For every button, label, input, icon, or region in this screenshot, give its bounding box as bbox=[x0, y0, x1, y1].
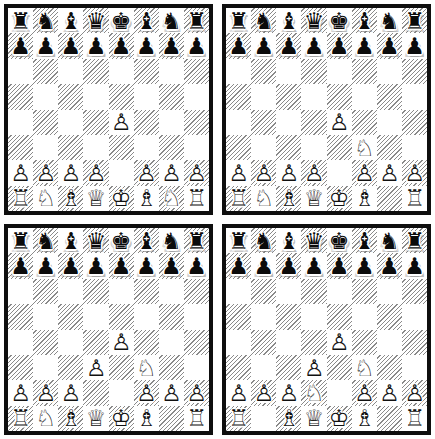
square-f1: ♝♗ bbox=[134, 406, 159, 431]
square-e8: ♚ bbox=[109, 228, 134, 253]
square-a1: ♜♖ bbox=[8, 406, 33, 431]
square-e8: ♚ bbox=[109, 8, 134, 33]
black-king-icon: ♚ bbox=[109, 8, 134, 33]
black-pawn: ♟ bbox=[301, 33, 326, 58]
square-e1: ♚♔ bbox=[327, 186, 352, 211]
black-bishop-icon: ♝ bbox=[134, 8, 159, 33]
black-pawn-icon: ♟ bbox=[226, 33, 251, 58]
white-rook: ♜♖ bbox=[226, 186, 251, 211]
square-d4 bbox=[301, 110, 326, 135]
black-pawn-icon: ♟ bbox=[184, 253, 209, 278]
square-a1: ♜♖ bbox=[226, 186, 251, 211]
black-pawn: ♟ bbox=[276, 253, 301, 278]
black-pawn-icon: ♟ bbox=[184, 33, 209, 58]
white-bishop-icon: ♗ bbox=[58, 186, 83, 211]
white-king-icon: ♔ bbox=[109, 186, 134, 211]
black-queen: ♛ bbox=[83, 8, 108, 33]
black-knight: ♞ bbox=[159, 8, 184, 33]
black-rook: ♜ bbox=[402, 8, 427, 33]
black-pawn: ♟ bbox=[402, 253, 427, 278]
white-pawn-icon: ♙ bbox=[327, 110, 352, 135]
square-c5 bbox=[58, 304, 83, 329]
square-e3 bbox=[327, 135, 352, 160]
black-pawn-icon: ♟ bbox=[83, 253, 108, 278]
square-f8: ♝ bbox=[134, 228, 159, 253]
black-bishop: ♝ bbox=[58, 228, 83, 253]
square-b8: ♞ bbox=[251, 228, 276, 253]
black-rook-icon: ♜ bbox=[184, 8, 209, 33]
white-pawn-icon: ♙ bbox=[109, 330, 134, 355]
white-king-icon: ♔ bbox=[327, 186, 352, 211]
white-pawn-icon: ♙ bbox=[33, 380, 58, 405]
white-bishop-icon: ♗ bbox=[276, 406, 301, 431]
black-pawn-icon: ♟ bbox=[251, 253, 276, 278]
white-pawn-icon: ♙ bbox=[58, 380, 83, 405]
black-knight-icon: ♞ bbox=[377, 8, 402, 33]
square-h5 bbox=[184, 304, 209, 329]
square-d7: ♟ bbox=[83, 33, 108, 58]
square-g6 bbox=[159, 279, 184, 304]
square-b4 bbox=[33, 110, 58, 135]
white-queen-icon: ♕ bbox=[301, 186, 326, 211]
square-h8: ♜ bbox=[402, 8, 427, 33]
square-g7: ♟ bbox=[377, 33, 402, 58]
white-king-icon: ♔ bbox=[109, 406, 134, 431]
square-a2: ♟♙ bbox=[8, 160, 33, 185]
square-f7: ♟ bbox=[352, 33, 377, 58]
square-c6 bbox=[58, 59, 83, 84]
white-pawn: ♟♙ bbox=[134, 160, 159, 185]
square-g3 bbox=[377, 135, 402, 160]
black-pawn-icon: ♟ bbox=[402, 253, 427, 278]
black-bishop-icon: ♝ bbox=[276, 228, 301, 253]
square-f7: ♟ bbox=[134, 33, 159, 58]
black-pawn: ♟ bbox=[58, 33, 83, 58]
black-pawn: ♟ bbox=[276, 33, 301, 58]
white-knight: ♞♘ bbox=[251, 186, 276, 211]
square-h6 bbox=[184, 59, 209, 84]
black-pawn-icon: ♟ bbox=[159, 253, 184, 278]
black-queen: ♛ bbox=[301, 8, 326, 33]
square-d4 bbox=[83, 110, 108, 135]
square-b3 bbox=[33, 355, 58, 380]
square-a5 bbox=[226, 304, 251, 329]
square-b2: ♟♙ bbox=[33, 380, 58, 405]
white-rook-icon: ♖ bbox=[226, 186, 251, 211]
square-f5 bbox=[134, 84, 159, 109]
white-pawn-icon: ♙ bbox=[352, 160, 377, 185]
square-a8: ♜ bbox=[226, 228, 251, 253]
white-pawn: ♟♙ bbox=[327, 110, 352, 135]
square-a7: ♟ bbox=[8, 253, 33, 278]
square-h1: ♜♖ bbox=[184, 186, 209, 211]
black-pawn: ♟ bbox=[33, 253, 58, 278]
square-b6 bbox=[251, 279, 276, 304]
white-pawn: ♟♙ bbox=[8, 380, 33, 405]
square-c3 bbox=[276, 135, 301, 160]
black-pawn: ♟ bbox=[184, 33, 209, 58]
square-c2: ♟♙ bbox=[58, 160, 83, 185]
square-d6 bbox=[301, 279, 326, 304]
square-g4 bbox=[377, 330, 402, 355]
square-g2: ♟♙ bbox=[377, 160, 402, 185]
white-rook-icon: ♖ bbox=[226, 406, 251, 431]
white-pawn: ♟♙ bbox=[184, 160, 209, 185]
black-pawn-icon: ♟ bbox=[402, 33, 427, 58]
white-pawn-icon: ♙ bbox=[8, 380, 33, 405]
square-d3: ♟♙ bbox=[301, 355, 326, 380]
square-d1: ♛♕ bbox=[83, 186, 108, 211]
black-pawn: ♟ bbox=[159, 253, 184, 278]
black-queen: ♛ bbox=[83, 228, 108, 253]
square-c2: ♟♙ bbox=[276, 380, 301, 405]
square-e8: ♚ bbox=[327, 8, 352, 33]
square-d3: ♟♙ bbox=[83, 355, 108, 380]
white-knight: ♞♘ bbox=[33, 186, 58, 211]
square-f1: ♝♗ bbox=[352, 186, 377, 211]
square-b2: ♟♙ bbox=[251, 160, 276, 185]
white-pawn: ♟♙ bbox=[83, 355, 108, 380]
black-king: ♚ bbox=[327, 228, 352, 253]
black-rook-icon: ♜ bbox=[226, 228, 251, 253]
square-e2 bbox=[327, 380, 352, 405]
black-pawn: ♟ bbox=[159, 33, 184, 58]
white-rook: ♜♖ bbox=[226, 406, 251, 431]
white-king-icon: ♔ bbox=[327, 406, 352, 431]
square-f8: ♝ bbox=[352, 228, 377, 253]
black-knight: ♞ bbox=[377, 8, 402, 33]
square-e8: ♚ bbox=[327, 228, 352, 253]
white-knight-icon: ♘ bbox=[33, 406, 58, 431]
black-king: ♚ bbox=[109, 8, 134, 33]
white-knight: ♞♘ bbox=[301, 380, 326, 405]
square-a4 bbox=[226, 110, 251, 135]
white-knight: ♞♘ bbox=[134, 355, 159, 380]
square-a5 bbox=[226, 84, 251, 109]
black-knight-icon: ♞ bbox=[159, 8, 184, 33]
white-pawn: ♟♙ bbox=[33, 160, 58, 185]
square-f6 bbox=[134, 279, 159, 304]
white-bishop: ♝♗ bbox=[352, 186, 377, 211]
square-d8: ♛ bbox=[301, 228, 326, 253]
square-e6 bbox=[327, 59, 352, 84]
square-b4 bbox=[33, 330, 58, 355]
square-e2 bbox=[327, 160, 352, 185]
black-pawn: ♟ bbox=[377, 253, 402, 278]
black-pawn-icon: ♟ bbox=[159, 33, 184, 58]
square-g5 bbox=[159, 84, 184, 109]
square-d3 bbox=[301, 135, 326, 160]
black-rook-icon: ♜ bbox=[8, 228, 33, 253]
square-b4 bbox=[251, 330, 276, 355]
square-h8: ♜ bbox=[184, 8, 209, 33]
black-pawn-icon: ♟ bbox=[276, 253, 301, 278]
square-h8: ♜ bbox=[184, 228, 209, 253]
black-bishop: ♝ bbox=[352, 228, 377, 253]
square-c8: ♝ bbox=[58, 228, 83, 253]
white-bishop: ♝♗ bbox=[134, 186, 159, 211]
white-bishop-icon: ♗ bbox=[276, 186, 301, 211]
black-pawn-icon: ♟ bbox=[109, 253, 134, 278]
square-e1: ♚♔ bbox=[109, 406, 134, 431]
square-d5 bbox=[301, 84, 326, 109]
white-pawn: ♟♙ bbox=[251, 160, 276, 185]
black-pawn-icon: ♟ bbox=[58, 253, 83, 278]
square-b3 bbox=[33, 135, 58, 160]
square-f1: ♝♗ bbox=[134, 186, 159, 211]
white-pawn-icon: ♙ bbox=[184, 160, 209, 185]
black-pawn-icon: ♟ bbox=[33, 253, 58, 278]
diagram-grid: ♜♞♝♛♚♝♞♜♟♟♟♟♟♟♟♟♟♙♟♙♟♙♟♙♟♙♟♙♟♙♟♙♜♖♞♘♝♗♛♕… bbox=[0, 0, 435, 439]
square-e7: ♟ bbox=[109, 33, 134, 58]
square-f6 bbox=[352, 59, 377, 84]
square-a6 bbox=[226, 59, 251, 84]
square-b7: ♟ bbox=[251, 33, 276, 58]
black-queen: ♛ bbox=[301, 228, 326, 253]
black-pawn-icon: ♟ bbox=[58, 33, 83, 58]
square-f5 bbox=[134, 304, 159, 329]
square-h1: ♜♖ bbox=[402, 406, 427, 431]
white-pawn: ♟♙ bbox=[327, 330, 352, 355]
white-pawn-icon: ♙ bbox=[159, 160, 184, 185]
white-pawn: ♟♙ bbox=[226, 160, 251, 185]
square-h4 bbox=[402, 110, 427, 135]
square-h4 bbox=[184, 110, 209, 135]
black-pawn-icon: ♟ bbox=[33, 33, 58, 58]
white-pawn-icon: ♙ bbox=[402, 160, 427, 185]
white-pawn: ♟♙ bbox=[109, 110, 134, 135]
square-f2: ♟♙ bbox=[352, 160, 377, 185]
square-e2 bbox=[109, 380, 134, 405]
black-bishop-icon: ♝ bbox=[352, 228, 377, 253]
black-knight: ♞ bbox=[377, 228, 402, 253]
white-rook: ♜♖ bbox=[184, 186, 209, 211]
black-pawn: ♟ bbox=[402, 33, 427, 58]
white-knight: ♞♘ bbox=[33, 406, 58, 431]
square-h8: ♜ bbox=[402, 228, 427, 253]
square-e3 bbox=[109, 135, 134, 160]
black-pawn: ♟ bbox=[134, 33, 159, 58]
square-a1: ♜♖ bbox=[8, 186, 33, 211]
square-g2: ♟♙ bbox=[377, 380, 402, 405]
square-d8: ♛ bbox=[301, 8, 326, 33]
white-knight-icon: ♘ bbox=[352, 355, 377, 380]
white-pawn-icon: ♙ bbox=[251, 380, 276, 405]
white-rook: ♜♖ bbox=[8, 186, 33, 211]
black-bishop: ♝ bbox=[134, 228, 159, 253]
square-e6 bbox=[327, 279, 352, 304]
black-pawn: ♟ bbox=[352, 33, 377, 58]
square-g2: ♟♙ bbox=[159, 160, 184, 185]
white-bishop-icon: ♗ bbox=[352, 186, 377, 211]
white-rook: ♜♖ bbox=[402, 406, 427, 431]
white-pawn: ♟♙ bbox=[134, 380, 159, 405]
chess-board-top-right: ♜♞♝♛♚♝♞♜♟♟♟♟♟♟♟♟♟♙♞♘♟♙♟♙♟♙♟♙♟♙♟♙♟♙♜♖♞♘♝♗… bbox=[222, 4, 431, 215]
square-g8: ♞ bbox=[377, 8, 402, 33]
square-h3 bbox=[184, 355, 209, 380]
square-g4 bbox=[377, 110, 402, 135]
white-queen-icon: ♕ bbox=[83, 406, 108, 431]
square-c7: ♟ bbox=[276, 33, 301, 58]
square-h2: ♟♙ bbox=[184, 380, 209, 405]
square-e6 bbox=[109, 279, 134, 304]
black-bishop-icon: ♝ bbox=[58, 8, 83, 33]
white-knight: ♞♘ bbox=[352, 135, 377, 160]
square-h6 bbox=[402, 279, 427, 304]
square-e1: ♚♔ bbox=[327, 406, 352, 431]
square-a5 bbox=[8, 304, 33, 329]
square-d2 bbox=[83, 380, 108, 405]
black-pawn: ♟ bbox=[83, 33, 108, 58]
square-h7: ♟ bbox=[402, 253, 427, 278]
black-bishop: ♝ bbox=[134, 8, 159, 33]
black-rook-icon: ♜ bbox=[402, 228, 427, 253]
black-pawn: ♟ bbox=[109, 33, 134, 58]
black-rook: ♜ bbox=[8, 228, 33, 253]
black-rook: ♜ bbox=[184, 8, 209, 33]
square-a8: ♜ bbox=[226, 8, 251, 33]
square-d4 bbox=[83, 330, 108, 355]
black-pawn: ♟ bbox=[58, 253, 83, 278]
white-rook: ♜♖ bbox=[402, 186, 427, 211]
square-a1: ♜♖ bbox=[226, 406, 251, 431]
white-pawn: ♟♙ bbox=[402, 380, 427, 405]
square-c8: ♝ bbox=[276, 8, 301, 33]
black-knight: ♞ bbox=[159, 228, 184, 253]
square-c5 bbox=[276, 304, 301, 329]
square-d7: ♟ bbox=[83, 253, 108, 278]
white-pawn-icon: ♙ bbox=[377, 380, 402, 405]
square-g2: ♟♙ bbox=[159, 380, 184, 405]
white-pawn: ♟♙ bbox=[352, 160, 377, 185]
square-d7: ♟ bbox=[301, 253, 326, 278]
square-b6 bbox=[251, 59, 276, 84]
square-f8: ♝ bbox=[352, 8, 377, 33]
black-bishop-icon: ♝ bbox=[276, 8, 301, 33]
white-bishop: ♝♗ bbox=[58, 186, 83, 211]
square-h2: ♟♙ bbox=[184, 160, 209, 185]
black-pawn: ♟ bbox=[251, 253, 276, 278]
square-d6 bbox=[83, 279, 108, 304]
square-g1 bbox=[377, 406, 402, 431]
black-pawn: ♟ bbox=[33, 33, 58, 58]
square-b5 bbox=[251, 84, 276, 109]
square-h6 bbox=[184, 279, 209, 304]
square-e4: ♟♙ bbox=[109, 110, 134, 135]
square-b8: ♞ bbox=[33, 228, 58, 253]
square-c4 bbox=[58, 330, 83, 355]
black-pawn-icon: ♟ bbox=[134, 253, 159, 278]
square-g8: ♞ bbox=[159, 8, 184, 33]
white-pawn: ♟♙ bbox=[276, 160, 301, 185]
square-d1: ♛♕ bbox=[301, 406, 326, 431]
square-a3 bbox=[226, 355, 251, 380]
white-pawn: ♟♙ bbox=[58, 160, 83, 185]
square-c8: ♝ bbox=[276, 228, 301, 253]
white-pawn: ♟♙ bbox=[58, 380, 83, 405]
square-d2: ♞♘ bbox=[301, 380, 326, 405]
black-pawn: ♟ bbox=[226, 33, 251, 58]
square-a3 bbox=[8, 355, 33, 380]
black-king-icon: ♚ bbox=[327, 228, 352, 253]
black-pawn-icon: ♟ bbox=[301, 253, 326, 278]
square-c4 bbox=[58, 110, 83, 135]
black-knight: ♞ bbox=[33, 228, 58, 253]
black-pawn: ♟ bbox=[352, 253, 377, 278]
white-pawn: ♟♙ bbox=[159, 160, 184, 185]
square-f6 bbox=[134, 59, 159, 84]
white-king: ♚♔ bbox=[109, 186, 134, 211]
square-h3 bbox=[402, 135, 427, 160]
white-pawn-icon: ♙ bbox=[8, 160, 33, 185]
square-h3 bbox=[402, 355, 427, 380]
square-e4: ♟♙ bbox=[109, 330, 134, 355]
white-pawn: ♟♙ bbox=[159, 380, 184, 405]
white-pawn-icon: ♙ bbox=[377, 160, 402, 185]
white-pawn: ♟♙ bbox=[33, 380, 58, 405]
square-b5 bbox=[33, 84, 58, 109]
square-g1 bbox=[377, 186, 402, 211]
square-f5 bbox=[352, 304, 377, 329]
black-pawn-icon: ♟ bbox=[352, 33, 377, 58]
square-e7: ♟ bbox=[327, 33, 352, 58]
black-pawn-icon: ♟ bbox=[226, 253, 251, 278]
square-d2: ♟♙ bbox=[301, 160, 326, 185]
black-rook: ♜ bbox=[402, 228, 427, 253]
square-e7: ♟ bbox=[327, 253, 352, 278]
white-king: ♚♔ bbox=[109, 406, 134, 431]
square-f7: ♟ bbox=[352, 253, 377, 278]
square-c7: ♟ bbox=[276, 253, 301, 278]
white-knight-icon: ♘ bbox=[352, 135, 377, 160]
white-pawn: ♟♙ bbox=[402, 160, 427, 185]
black-pawn: ♟ bbox=[8, 253, 33, 278]
square-b6 bbox=[33, 59, 58, 84]
white-rook-icon: ♖ bbox=[402, 186, 427, 211]
white-bishop: ♝♗ bbox=[276, 186, 301, 211]
square-g1: ♞♘ bbox=[159, 186, 184, 211]
black-pawn-icon: ♟ bbox=[352, 253, 377, 278]
white-bishop: ♝♗ bbox=[352, 406, 377, 431]
black-pawn: ♟ bbox=[327, 33, 352, 58]
white-knight: ♞♘ bbox=[159, 186, 184, 211]
square-h3 bbox=[184, 135, 209, 160]
white-pawn: ♟♙ bbox=[83, 160, 108, 185]
square-e4: ♟♙ bbox=[327, 330, 352, 355]
square-c3 bbox=[58, 355, 83, 380]
square-g6 bbox=[377, 59, 402, 84]
square-b8: ♞ bbox=[33, 8, 58, 33]
black-pawn-icon: ♟ bbox=[377, 253, 402, 278]
square-c6 bbox=[276, 279, 301, 304]
black-knight-icon: ♞ bbox=[377, 228, 402, 253]
chess-board-bottom-right: ♜♞♝♛♚♝♞♜♟♟♟♟♟♟♟♟♟♙♟♙♞♘♟♙♟♙♟♙♞♘♟♙♟♙♟♙♜♖♝♗… bbox=[222, 224, 431, 435]
square-d5 bbox=[83, 84, 108, 109]
square-e7: ♟ bbox=[109, 253, 134, 278]
square-e5 bbox=[327, 304, 352, 329]
square-g7: ♟ bbox=[159, 33, 184, 58]
black-knight-icon: ♞ bbox=[159, 228, 184, 253]
square-c2: ♟♙ bbox=[58, 380, 83, 405]
black-pawn: ♟ bbox=[327, 253, 352, 278]
square-c1: ♝♗ bbox=[276, 186, 301, 211]
square-d6 bbox=[83, 59, 108, 84]
square-c2: ♟♙ bbox=[276, 160, 301, 185]
black-bishop: ♝ bbox=[276, 228, 301, 253]
white-pawn-icon: ♙ bbox=[352, 380, 377, 405]
square-c4 bbox=[276, 330, 301, 355]
square-c4 bbox=[276, 110, 301, 135]
